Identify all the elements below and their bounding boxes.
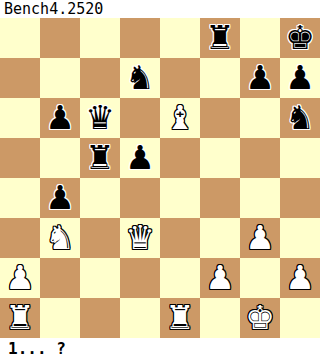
square-a6[interactable]: [0, 98, 40, 138]
page-title: Bench4.2520: [0, 0, 320, 18]
square-d7[interactable]: ♞: [120, 58, 160, 98]
square-a3[interactable]: [0, 218, 40, 258]
square-a1[interactable]: ♜: [0, 298, 40, 338]
white-pawn: ♟: [0, 258, 40, 298]
square-b8[interactable]: [40, 18, 80, 58]
square-f8[interactable]: ♜: [200, 18, 240, 58]
square-g3[interactable]: ♟: [240, 218, 280, 258]
white-knight: ♞: [40, 218, 80, 258]
square-e8[interactable]: [160, 18, 200, 58]
square-c7[interactable]: [80, 58, 120, 98]
square-c1[interactable]: [80, 298, 120, 338]
square-f7[interactable]: [200, 58, 240, 98]
black-knight: ♞: [280, 98, 320, 138]
square-b2[interactable]: [40, 258, 80, 298]
square-a4[interactable]: [0, 178, 40, 218]
square-d2[interactable]: [120, 258, 160, 298]
square-a2[interactable]: ♟: [0, 258, 40, 298]
square-b3[interactable]: ♞: [40, 218, 80, 258]
square-c4[interactable]: [80, 178, 120, 218]
square-e2[interactable]: [160, 258, 200, 298]
square-c6[interactable]: ♛: [80, 98, 120, 138]
square-g4[interactable]: [240, 178, 280, 218]
black-king: ♚: [280, 18, 320, 58]
black-pawn: ♟: [40, 98, 80, 138]
white-pawn: ♟: [200, 258, 240, 298]
black-pawn: ♟: [120, 138, 160, 178]
square-d3[interactable]: ♛: [120, 218, 160, 258]
black-pawn: ♟: [280, 58, 320, 98]
square-h4[interactable]: [280, 178, 320, 218]
square-h6[interactable]: ♞: [280, 98, 320, 138]
white-bishop: ♝: [160, 98, 200, 138]
square-e4[interactable]: [160, 178, 200, 218]
square-g2[interactable]: [240, 258, 280, 298]
square-h2[interactable]: ♟: [280, 258, 320, 298]
square-f4[interactable]: [200, 178, 240, 218]
black-queen: ♛: [80, 98, 120, 138]
square-d8[interactable]: [120, 18, 160, 58]
square-h7[interactable]: ♟: [280, 58, 320, 98]
black-pawn: ♟: [240, 58, 280, 98]
square-d6[interactable]: [120, 98, 160, 138]
square-e7[interactable]: [160, 58, 200, 98]
square-f1[interactable]: [200, 298, 240, 338]
square-b1[interactable]: [40, 298, 80, 338]
square-c2[interactable]: [80, 258, 120, 298]
white-pawn: ♟: [240, 218, 280, 258]
white-rook: ♜: [0, 298, 40, 338]
square-b7[interactable]: [40, 58, 80, 98]
square-h1[interactable]: [280, 298, 320, 338]
square-h8[interactable]: ♚: [280, 18, 320, 58]
square-d5[interactable]: ♟: [120, 138, 160, 178]
square-h5[interactable]: [280, 138, 320, 178]
square-f3[interactable]: [200, 218, 240, 258]
square-g1[interactable]: ♚: [240, 298, 280, 338]
square-a8[interactable]: [0, 18, 40, 58]
white-pawn: ♟: [280, 258, 320, 298]
white-king: ♚: [240, 298, 280, 338]
square-g6[interactable]: [240, 98, 280, 138]
square-d1[interactable]: [120, 298, 160, 338]
square-f6[interactable]: [200, 98, 240, 138]
square-a5[interactable]: [0, 138, 40, 178]
square-b5[interactable]: [40, 138, 80, 178]
square-g8[interactable]: [240, 18, 280, 58]
square-c8[interactable]: [80, 18, 120, 58]
black-pawn: ♟: [40, 178, 80, 218]
square-a7[interactable]: [0, 58, 40, 98]
square-e3[interactable]: [160, 218, 200, 258]
black-knight: ♞: [120, 58, 160, 98]
square-d4[interactable]: [120, 178, 160, 218]
square-g7[interactable]: ♟: [240, 58, 280, 98]
square-e1[interactable]: ♜: [160, 298, 200, 338]
square-g5[interactable]: [240, 138, 280, 178]
square-c3[interactable]: [80, 218, 120, 258]
white-rook: ♜: [160, 298, 200, 338]
square-e5[interactable]: [160, 138, 200, 178]
square-c5[interactable]: ♜: [80, 138, 120, 178]
move-prompt: 1... ?: [0, 338, 320, 360]
square-f5[interactable]: [200, 138, 240, 178]
black-rook: ♜: [200, 18, 240, 58]
square-e6[interactable]: ♝: [160, 98, 200, 138]
black-rook: ♜: [80, 138, 120, 178]
square-b6[interactable]: ♟: [40, 98, 80, 138]
square-h3[interactable]: [280, 218, 320, 258]
square-b4[interactable]: ♟: [40, 178, 80, 218]
square-f2[interactable]: ♟: [200, 258, 240, 298]
chess-board: ♜♚♞♟♟♟♛♝♞♜♟♟♞♛♟♟♟♟♜♜♚: [0, 18, 320, 338]
white-queen: ♛: [120, 218, 160, 258]
